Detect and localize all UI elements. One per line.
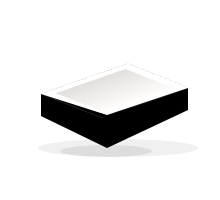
- latch-tongue: [183, 105, 185, 109]
- chess-set-photo: [0, 0, 220, 200]
- latch-icon: [182, 101, 186, 105]
